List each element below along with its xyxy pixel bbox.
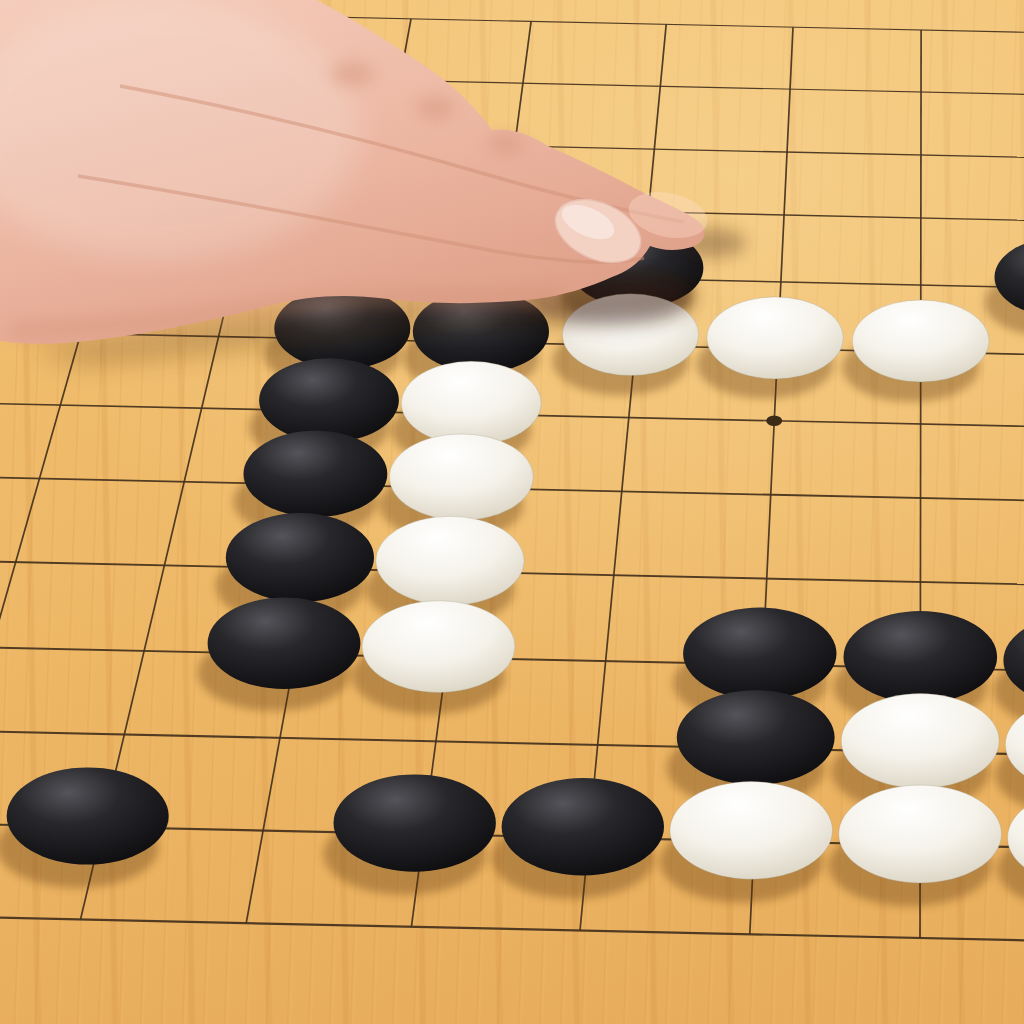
white-stone-c7r12[interactable] — [670, 782, 833, 880]
black-stone-c8r10[interactable] — [844, 611, 998, 703]
black-stone-c5r12[interactable] — [334, 774, 496, 871]
black-stone-c4r9[interactable] — [226, 513, 374, 602]
grid-line-row-13 — [0, 918, 1024, 941]
white-stone-c5r8[interactable] — [389, 434, 533, 520]
white-stone-c8r12[interactable] — [839, 785, 1002, 883]
white-stone-c5r10[interactable] — [362, 601, 515, 693]
white-stone-c8r11[interactable] — [841, 694, 999, 789]
white-stone-c8r6[interactable] — [852, 300, 989, 382]
go-board — [0, 0, 1024, 1024]
black-stone-c7r11[interactable] — [677, 690, 835, 785]
knuckle-shading — [416, 97, 456, 119]
go-board-photo — [0, 0, 1024, 1024]
black-stone-c4r8[interactable] — [244, 431, 388, 517]
black-stone-c6r12[interactable] — [502, 778, 664, 875]
black-stone-c4r10[interactable] — [208, 598, 361, 690]
black-stone-c7r10[interactable] — [683, 608, 836, 700]
star-point-hoshi — [766, 416, 782, 426]
knuckle-shading — [488, 134, 524, 154]
black-stone-c3r12[interactable] — [7, 767, 169, 864]
white-stone-c5r9[interactable] — [376, 516, 524, 605]
white-stone-c7r6[interactable] — [707, 297, 844, 379]
knuckle-shading — [330, 62, 374, 86]
black-stone-c4r7[interactable] — [259, 358, 399, 442]
white-stone-c5r7[interactable] — [401, 361, 541, 445]
